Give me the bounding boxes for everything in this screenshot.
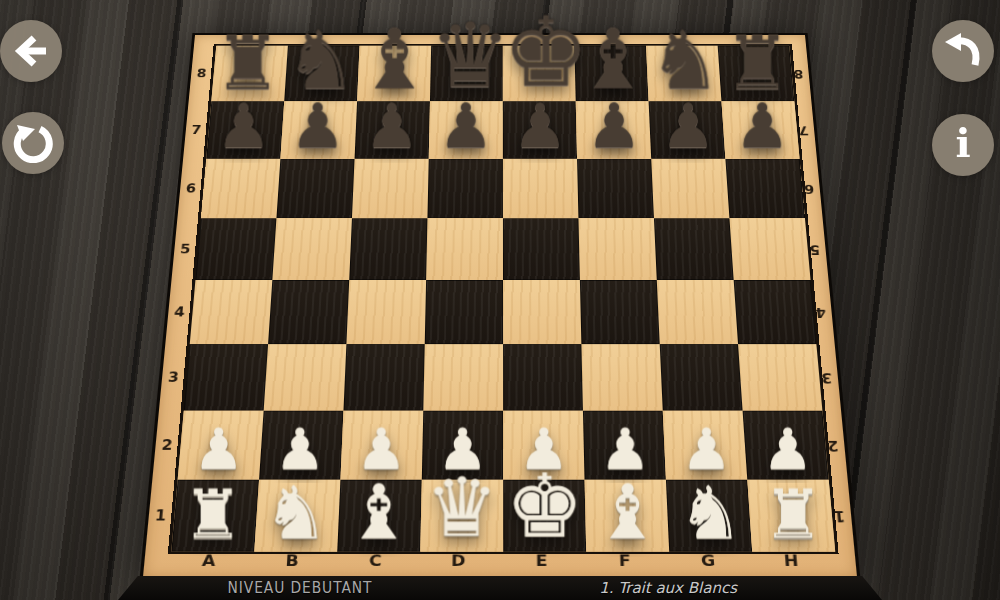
square-h3[interactable] xyxy=(738,344,822,411)
square-c5[interactable] xyxy=(349,218,427,280)
square-e1[interactable]: ♚ xyxy=(503,480,586,552)
square-d6[interactable] xyxy=(427,159,503,219)
piece-black-pawn[interactable]: ♟ xyxy=(429,97,503,156)
info-icon: i xyxy=(955,123,970,163)
file-label-g: G xyxy=(690,554,725,569)
rank-label-1-left: 1 xyxy=(147,508,174,523)
piece-black-queen[interactable]: ♛ xyxy=(430,13,503,98)
square-g3[interactable] xyxy=(660,344,743,411)
piece-white-pawn[interactable]: ♟ xyxy=(259,422,340,476)
info-button[interactable]: i xyxy=(932,114,994,176)
file-label-b: B xyxy=(274,554,309,569)
square-f7[interactable]: ♟ xyxy=(576,101,652,158)
scene: ♜♞♝♛♚♝♞♜♟♟♟♟♟♟♟♟♟♟♟♟♟♟♟♟♜♞♝♛♚♝♞♜ 8877665… xyxy=(0,0,1000,600)
piece-white-pawn[interactable]: ♟ xyxy=(666,422,747,476)
piece-black-pawn[interactable]: ♟ xyxy=(355,97,429,156)
piece-white-king[interactable]: ♚ xyxy=(503,465,586,548)
square-g6[interactable] xyxy=(651,159,729,219)
piece-white-pawn[interactable]: ♟ xyxy=(178,422,259,476)
piece-black-rook[interactable]: ♜ xyxy=(721,27,794,98)
square-a7[interactable]: ♟ xyxy=(206,101,284,158)
piece-white-rook[interactable]: ♜ xyxy=(172,484,255,548)
square-b6[interactable] xyxy=(276,159,354,219)
square-b5[interactable] xyxy=(272,218,352,280)
rank-label-3-left: 3 xyxy=(160,370,186,384)
undo-button[interactable] xyxy=(932,20,994,82)
square-f3[interactable] xyxy=(581,344,662,411)
square-e6[interactable] xyxy=(503,159,579,219)
file-label-f: F xyxy=(607,554,642,569)
square-e5[interactable] xyxy=(503,218,580,280)
square-e3[interactable] xyxy=(503,344,583,411)
square-c3[interactable] xyxy=(343,344,424,411)
square-h4[interactable] xyxy=(734,280,817,344)
back-arrow-icon xyxy=(12,32,50,70)
piece-black-knight[interactable]: ♞ xyxy=(284,22,357,99)
square-d7[interactable]: ♟ xyxy=(429,101,503,158)
square-b3[interactable] xyxy=(264,344,347,411)
piece-white-pawn[interactable]: ♟ xyxy=(747,422,828,476)
square-d3[interactable] xyxy=(423,344,503,411)
file-label-h: H xyxy=(773,554,809,569)
piece-white-knight[interactable]: ♞ xyxy=(669,479,752,548)
square-h5[interactable] xyxy=(729,218,810,280)
file-label-a: A xyxy=(191,554,227,569)
piece-black-pawn[interactable]: ♟ xyxy=(281,97,355,156)
square-e4[interactable] xyxy=(503,280,581,344)
level-label: NIVEAU DEBUTANT xyxy=(227,579,372,597)
square-f4[interactable] xyxy=(580,280,660,344)
piece-black-pawn[interactable]: ♟ xyxy=(725,97,799,156)
piece-white-bishop[interactable]: ♝ xyxy=(337,476,420,548)
piece-black-bishop[interactable]: ♝ xyxy=(357,19,430,98)
square-a1[interactable]: ♜ xyxy=(171,480,259,552)
square-f5[interactable] xyxy=(578,218,656,280)
undo-arrow-icon xyxy=(943,31,983,71)
rank-label-7-left: 7 xyxy=(184,124,208,136)
square-c7[interactable]: ♟ xyxy=(355,101,430,158)
square-d5[interactable] xyxy=(426,218,503,280)
piece-black-rook[interactable]: ♜ xyxy=(212,27,285,98)
rotate-icon xyxy=(13,123,53,163)
back-button[interactable] xyxy=(0,20,62,82)
square-g7[interactable]: ♟ xyxy=(649,101,726,158)
piece-white-bishop[interactable]: ♝ xyxy=(586,476,669,548)
piece-black-king[interactable]: ♚ xyxy=(503,7,576,99)
square-b1[interactable]: ♞ xyxy=(254,480,340,552)
piece-black-bishop[interactable]: ♝ xyxy=(576,19,649,98)
square-g4[interactable] xyxy=(657,280,738,344)
square-d4[interactable] xyxy=(425,280,503,344)
square-a6[interactable] xyxy=(201,159,280,219)
turn-indicator: 1. Trait aux Blancs xyxy=(599,579,737,597)
square-a3[interactable] xyxy=(184,344,268,411)
square-f6[interactable] xyxy=(577,159,654,219)
rank-label-2-left: 2 xyxy=(154,438,180,452)
square-a2[interactable]: ♟ xyxy=(178,411,264,480)
piece-black-pawn[interactable]: ♟ xyxy=(206,97,280,156)
square-c4[interactable] xyxy=(346,280,426,344)
square-h1[interactable]: ♜ xyxy=(747,480,835,552)
rank-label-3-right: 3 xyxy=(814,370,840,384)
status-bar: NIVEAU DEBUTANT 1. Trait aux Blancs xyxy=(118,576,882,600)
square-c6[interactable] xyxy=(352,159,429,219)
square-c1[interactable]: ♝ xyxy=(337,480,422,552)
square-h6[interactable] xyxy=(725,159,805,219)
rotate-board-button[interactable] xyxy=(2,112,64,174)
square-a4[interactable] xyxy=(190,280,273,344)
piece-black-pawn[interactable]: ♟ xyxy=(651,97,725,156)
file-label-e: E xyxy=(524,554,559,569)
square-g1[interactable]: ♞ xyxy=(666,480,752,552)
chess-board: ♜♞♝♛♚♝♞♜♟♟♟♟♟♟♟♟♟♟♟♟♟♟♟♟♜♞♝♛♚♝♞♜ 8877665… xyxy=(139,33,860,580)
squares: ♜♞♝♛♚♝♞♜♟♟♟♟♟♟♟♟♟♟♟♟♟♟♟♟♜♞♝♛♚♝♞♜ xyxy=(168,44,839,555)
file-label-c: C xyxy=(358,554,393,569)
piece-black-pawn[interactable]: ♟ xyxy=(503,97,577,156)
square-h2[interactable]: ♟ xyxy=(743,411,829,480)
square-h7[interactable]: ♟ xyxy=(721,101,799,158)
file-label-d: D xyxy=(441,554,476,569)
piece-black-pawn[interactable]: ♟ xyxy=(577,97,651,156)
rank-label-5-left: 5 xyxy=(173,243,198,256)
square-e7[interactable]: ♟ xyxy=(503,101,577,158)
piece-white-queen[interactable]: ♛ xyxy=(420,471,503,548)
rank-label-6-right: 6 xyxy=(797,182,821,194)
piece-white-rook[interactable]: ♜ xyxy=(752,484,835,548)
square-a5[interactable] xyxy=(195,218,276,280)
square-f1[interactable]: ♝ xyxy=(585,480,670,552)
square-g5[interactable] xyxy=(654,218,734,280)
piece-black-knight[interactable]: ♞ xyxy=(648,22,721,99)
square-b7[interactable]: ♟ xyxy=(280,101,357,158)
square-d1[interactable]: ♛ xyxy=(420,480,503,552)
rank-label-6-left: 6 xyxy=(179,182,203,194)
piece-white-knight[interactable]: ♞ xyxy=(255,479,338,548)
square-b4[interactable] xyxy=(268,280,349,344)
rank-label-8-left: 8 xyxy=(190,68,214,80)
